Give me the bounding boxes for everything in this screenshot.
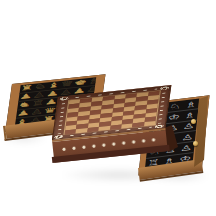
brass-knob xyxy=(193,141,198,146)
chess-piece: ♚ xyxy=(73,79,87,87)
chess-piece: ♛ xyxy=(60,80,74,88)
brass-knob xyxy=(191,119,196,124)
chess-piece: ♜ xyxy=(20,84,34,92)
chess-box-photo: ♜♞♝♛♚♝♟♟♟♟♟♟♞♜♟♝♟♞♟♟♛♟♚♟♝♟♜♞♟♜ ♖♘♗♕♔♗♙♙♙… xyxy=(0,0,216,216)
chess-piece: ♟ xyxy=(30,108,44,116)
chess-piece: ♟ xyxy=(16,110,30,118)
corner-rosette-inlay xyxy=(160,86,169,90)
chess-piece: ♝ xyxy=(87,77,97,85)
chess-piece: ♟ xyxy=(32,91,46,99)
chess-piece: ♜ xyxy=(31,100,45,108)
chess-piece: ♙ xyxy=(180,144,193,153)
chess-piece: ♘ xyxy=(168,102,181,111)
chess-piece: ♟ xyxy=(18,93,32,101)
chess-piece: ♞ xyxy=(33,83,47,91)
board-square xyxy=(144,121,156,126)
chess-piece: ♙ xyxy=(181,133,194,142)
chess-piece: ♔ xyxy=(167,113,180,122)
chess-piece: ♗ xyxy=(184,100,197,109)
corner-rosette-inlay xyxy=(59,97,68,101)
chess-piece: ♞ xyxy=(17,101,31,109)
